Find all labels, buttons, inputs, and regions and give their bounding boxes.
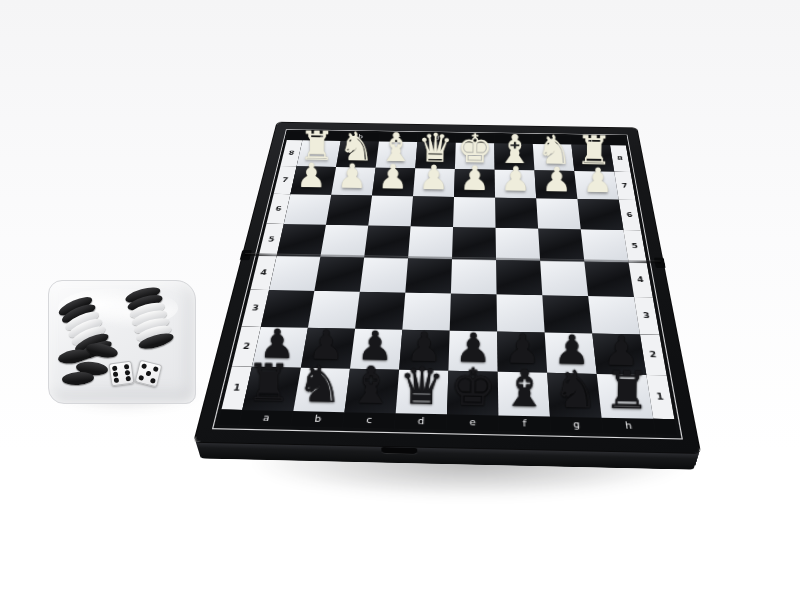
board-corner <box>609 137 626 146</box>
board-corner <box>653 419 677 435</box>
die-pip <box>118 365 124 371</box>
die-pip <box>120 377 126 383</box>
chess-board-grid: abcdefgh8♜♞♝♛♚♝♞♜87♟♟♟♟♟♟♟♟7665544332♟♟♟… <box>218 132 678 436</box>
square-b2: ♟ <box>301 328 355 369</box>
square-f8: ♝ <box>494 143 534 170</box>
square-a6 <box>284 194 331 224</box>
die-2 <box>135 360 163 388</box>
black-pawn: ♟ <box>498 327 548 373</box>
square-c4 <box>360 257 408 292</box>
square-d6 <box>411 196 454 227</box>
square-e7: ♟ <box>454 169 495 198</box>
black-checker <box>62 371 95 386</box>
square-b1: ♞ <box>293 368 350 412</box>
black-pawn: ♟ <box>596 329 646 375</box>
square-b7: ♟ <box>331 167 375 196</box>
square-g4 <box>540 261 588 296</box>
square-e5 <box>452 227 496 260</box>
square-g3 <box>542 295 592 333</box>
square-e2: ♟ <box>448 331 497 372</box>
die-pip <box>125 370 131 376</box>
square-h7: ♟ <box>574 171 618 200</box>
square-g8: ♞ <box>533 144 575 171</box>
checkers-and-dice-bag <box>48 280 196 404</box>
square-h3 <box>588 296 640 334</box>
die-pip <box>113 372 119 378</box>
die-pip <box>124 364 130 370</box>
square-a5 <box>277 224 326 257</box>
die-pip <box>144 376 150 382</box>
rank-label-2: 2 <box>640 334 667 375</box>
black-pawn: ♟ <box>547 328 597 374</box>
square-d3 <box>402 293 451 331</box>
file-label-c: c <box>342 412 395 429</box>
board-tilt: abcdefgh8♜♞♝♛♚♝♞♜87♟♟♟♟♟♟♟♟7665544332♟♟♟… <box>194 122 699 453</box>
black-pawn: ♟ <box>301 323 351 369</box>
square-e1: ♚ <box>447 371 498 416</box>
square-d1: ♛ <box>396 370 449 415</box>
square-h8: ♜ <box>571 145 614 172</box>
die-pip <box>138 375 144 381</box>
board-frame: abcdefgh8♜♞♝♛♚♝♞♜87♟♟♟♟♟♟♟♟7665544332♟♟♟… <box>194 122 699 453</box>
square-d8: ♛ <box>415 142 456 169</box>
file-label-f: f <box>498 415 551 432</box>
board-pinstripe: abcdefgh8♜♞♝♛♚♝♞♜87♟♟♟♟♟♟♟♟7665544332♟♟♟… <box>212 129 683 439</box>
die-pip <box>114 377 120 383</box>
square-e4 <box>451 259 497 294</box>
square-b4 <box>314 257 364 292</box>
rank-label-3: 3 <box>242 290 269 327</box>
product-photo-stage: abcdefgh8♜♞♝♛♚♝♞♜87♟♟♟♟♟♟♟♟7665544332♟♟♟… <box>0 0 800 600</box>
black-pawn: ♟ <box>448 326 498 372</box>
chess-board-scene: abcdefgh8♜♞♝♛♚♝♞♜87♟♟♟♟♟♟♟♟7665544332♟♟♟… <box>238 52 666 488</box>
file-label-b: b <box>291 411 345 428</box>
square-e8: ♚ <box>455 143 495 170</box>
rank-label-4: 4 <box>629 262 653 297</box>
square-b6 <box>326 195 372 226</box>
square-c5 <box>364 225 410 258</box>
die-pip <box>119 371 125 377</box>
square-f6 <box>495 198 538 229</box>
black-pawn: ♟ <box>253 322 303 368</box>
square-c3 <box>355 292 405 330</box>
square-g1: ♞ <box>547 373 601 418</box>
square-a7: ♟ <box>290 166 336 195</box>
square-f7: ♟ <box>495 170 537 199</box>
square-c7: ♟ <box>372 168 415 197</box>
square-b3 <box>308 291 360 329</box>
square-f3 <box>497 294 545 332</box>
square-f1: ♝ <box>498 372 550 417</box>
die-pip <box>112 366 118 372</box>
file-label-e: e <box>446 414 498 431</box>
square-h6 <box>577 199 623 230</box>
square-c1: ♝ <box>344 369 399 413</box>
latch-tab <box>381 447 417 454</box>
square-c2: ♟ <box>350 329 402 370</box>
square-g6 <box>536 198 581 229</box>
black-pawn: ♟ <box>350 324 400 370</box>
black-pawn: ♟ <box>399 325 449 371</box>
square-a3 <box>261 290 315 328</box>
dice-group <box>110 362 160 385</box>
square-d5 <box>408 226 453 259</box>
square-b8: ♞ <box>336 141 379 168</box>
square-a8: ♜ <box>297 140 341 167</box>
square-h2: ♟ <box>592 333 646 374</box>
file-label-g: g <box>550 417 603 434</box>
square-f5 <box>496 228 541 261</box>
square-g5 <box>538 228 584 261</box>
file-label-h: h <box>602 418 656 435</box>
die-1 <box>109 361 135 387</box>
square-c6 <box>368 196 413 227</box>
die-pip <box>150 378 156 384</box>
board-front-edge <box>196 442 699 470</box>
square-a2: ♟ <box>252 327 308 368</box>
square-f2: ♟ <box>497 332 547 373</box>
file-label-d: d <box>394 413 447 430</box>
square-d4 <box>405 258 452 293</box>
square-g7: ♟ <box>534 170 577 199</box>
square-e3 <box>450 293 497 331</box>
square-a4 <box>269 256 320 291</box>
rank-label-5: 5 <box>623 230 646 263</box>
square-h4 <box>584 261 634 297</box>
square-h1: ♜ <box>597 374 654 419</box>
square-g2: ♟ <box>545 333 597 374</box>
square-h5 <box>581 229 629 262</box>
square-e6 <box>453 197 495 228</box>
square-d2: ♟ <box>399 330 450 371</box>
square-b5 <box>320 225 368 258</box>
square-c8: ♝ <box>376 142 418 169</box>
die-pip <box>125 376 131 382</box>
square-f4 <box>496 260 542 295</box>
square-d7: ♟ <box>413 168 455 197</box>
square-a1: ♜ <box>242 367 301 411</box>
file-label-a: a <box>239 410 293 427</box>
